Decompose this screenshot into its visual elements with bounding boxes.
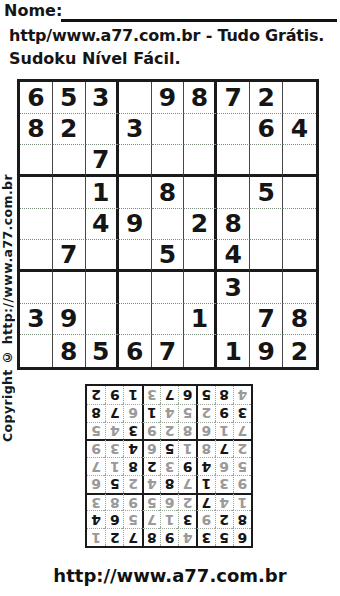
solution-cell-r9c4: 6 bbox=[178, 386, 196, 404]
cell-r9c2: 8 bbox=[53, 335, 86, 367]
cell-r1c7: 7 bbox=[217, 82, 250, 114]
solution-cell-r2c1: 8 bbox=[233, 510, 251, 528]
cell-r9c9: 2 bbox=[283, 335, 316, 367]
solution-cell-r7c1: 7 bbox=[233, 422, 251, 440]
cell-r7c8 bbox=[250, 272, 283, 304]
cell-r1c3: 3 bbox=[86, 82, 119, 114]
cell-r2c5 bbox=[152, 114, 185, 146]
cell-r5c1 bbox=[20, 209, 53, 241]
cell-r5c3: 4 bbox=[86, 209, 119, 241]
solution-cell-r2c3: 9 bbox=[196, 510, 214, 528]
solution-cell-r7c7: 3 bbox=[123, 422, 141, 440]
cell-r5c6: 2 bbox=[184, 209, 217, 241]
cell-r3c3: 7 bbox=[86, 145, 119, 177]
solution-cell-r6c1: 2 bbox=[233, 439, 251, 457]
solution-cell-r8c4: 5 bbox=[178, 404, 196, 422]
solution-cell-r7c2: 1 bbox=[215, 422, 233, 440]
cell-r5c2 bbox=[53, 209, 86, 241]
cell-r5c9 bbox=[283, 209, 316, 241]
solution-cell-r9c8: 9 bbox=[105, 386, 123, 404]
solution-cell-r2c8: 6 bbox=[105, 510, 123, 528]
solution-cell-r3c7: 9 bbox=[123, 493, 141, 511]
cell-r3c6 bbox=[184, 145, 217, 177]
cell-r4c8: 5 bbox=[250, 177, 283, 209]
cell-r7c3 bbox=[86, 272, 119, 304]
solution-cell-r8c2: 9 bbox=[215, 404, 233, 422]
solution-cell-r8c1: 3 bbox=[233, 404, 251, 422]
cell-r5c5 bbox=[152, 209, 185, 241]
solution-cell-r3c6: 5 bbox=[142, 493, 160, 511]
solution-cell-r1c9: 1 bbox=[87, 528, 105, 546]
cell-r8c5 bbox=[152, 304, 185, 336]
cell-r4c7 bbox=[217, 177, 250, 209]
solution-cell-r1c8: 2 bbox=[105, 528, 123, 546]
solution-cell-r5c1: 5 bbox=[233, 457, 251, 475]
cell-r2c2: 2 bbox=[53, 114, 86, 146]
solution-cell-r5c7: 8 bbox=[123, 457, 141, 475]
solution-cell-r6c4: 1 bbox=[178, 439, 196, 457]
cell-r2c6 bbox=[184, 114, 217, 146]
cell-r6c1 bbox=[20, 240, 53, 272]
solution-cell-r4c9: 6 bbox=[87, 475, 105, 493]
cell-r8c9: 8 bbox=[283, 304, 316, 336]
solution-cell-r3c9: 3 bbox=[87, 493, 105, 511]
cell-r4c4 bbox=[119, 177, 152, 209]
solution-cell-r7c6: 9 bbox=[142, 422, 160, 440]
cell-r3c8 bbox=[250, 145, 283, 177]
cell-r1c8: 2 bbox=[250, 82, 283, 114]
solution-cell-r2c7: 5 bbox=[123, 510, 141, 528]
cell-r2c1: 8 bbox=[20, 114, 53, 146]
cell-r3c7 bbox=[217, 145, 250, 177]
solution-cell-r4c7: 2 bbox=[123, 475, 141, 493]
solution-cell-r1c3: 3 bbox=[196, 528, 214, 546]
solution-cell-r5c5: 3 bbox=[160, 457, 178, 475]
solution-cell-r1c7: 7 bbox=[123, 528, 141, 546]
cell-r4c2 bbox=[53, 177, 86, 209]
solution-cell-r5c3: 4 bbox=[196, 457, 214, 475]
solution-cell-r4c1: 9 bbox=[233, 475, 251, 493]
cell-r8c1: 3 bbox=[20, 304, 53, 336]
cell-r4c5: 8 bbox=[152, 177, 185, 209]
cell-r3c2 bbox=[53, 145, 86, 177]
cell-r2c8: 6 bbox=[250, 114, 283, 146]
cell-r8c3 bbox=[86, 304, 119, 336]
solution-cell-r8c8: 7 bbox=[105, 404, 123, 422]
solution-cell-r3c8: 8 bbox=[105, 493, 123, 511]
cell-r6c8 bbox=[250, 240, 283, 272]
solution-cell-r6c8: 3 bbox=[105, 439, 123, 457]
solution-cell-r8c6: 1 bbox=[142, 404, 160, 422]
solution-cell-r9c2: 8 bbox=[215, 386, 233, 404]
solution-cell-r1c4: 4 bbox=[178, 528, 196, 546]
cell-r7c9 bbox=[283, 272, 316, 304]
solution-cell-r7c8: 4 bbox=[105, 422, 123, 440]
site-header-text: http/www.a77.com.br - Tudo Grátis. bbox=[9, 26, 324, 45]
cell-r4c1 bbox=[20, 177, 53, 209]
cell-r6c3 bbox=[86, 240, 119, 272]
solution-cell-r5c6: 2 bbox=[142, 457, 160, 475]
solution-cell-r5c4: 9 bbox=[178, 457, 196, 475]
sudoku-solution-grid-rotated: 6534987218293175641472659839317842565649… bbox=[85, 384, 253, 548]
cell-r2c7 bbox=[217, 114, 250, 146]
solution-cell-r9c6: 3 bbox=[142, 386, 160, 404]
solution-cell-r6c3: 8 bbox=[196, 439, 214, 457]
copyright-vertical-text: Copyright © http://www.a77.com.br bbox=[0, 84, 17, 442]
solution-cell-r9c9: 2 bbox=[87, 386, 105, 404]
name-label: Nome: bbox=[4, 1, 62, 20]
cell-r8c2: 9 bbox=[53, 304, 86, 336]
solution-cell-r6c6: 6 bbox=[142, 439, 160, 457]
cell-r7c1 bbox=[20, 272, 53, 304]
solution-cell-r9c7: 1 bbox=[123, 386, 141, 404]
cell-r3c9 bbox=[283, 145, 316, 177]
solution-cell-r4c3: 1 bbox=[196, 475, 214, 493]
cell-r8c7 bbox=[217, 304, 250, 336]
solution-cell-r4c5: 8 bbox=[160, 475, 178, 493]
cell-r7c2 bbox=[53, 272, 86, 304]
solution-cell-r1c6: 8 bbox=[142, 528, 160, 546]
solution-cell-r5c9: 7 bbox=[87, 457, 105, 475]
solution-cell-r2c9: 4 bbox=[87, 510, 105, 528]
solution-cell-r1c5: 9 bbox=[160, 528, 178, 546]
solution-cell-r6c2: 7 bbox=[215, 439, 233, 457]
cell-r6c4 bbox=[119, 240, 152, 272]
solution-cell-r5c8: 1 bbox=[105, 457, 123, 475]
cell-r1c2: 5 bbox=[53, 82, 86, 114]
cell-r7c5 bbox=[152, 272, 185, 304]
cell-r6c9 bbox=[283, 240, 316, 272]
page-title: Sudoku Nível Fácil. bbox=[9, 49, 181, 68]
cell-r8c4 bbox=[119, 304, 152, 336]
solution-cell-r7c5: 2 bbox=[160, 422, 178, 440]
cell-r9c8: 9 bbox=[250, 335, 283, 367]
cell-r5c4: 9 bbox=[119, 209, 152, 241]
cell-r5c7: 8 bbox=[217, 209, 250, 241]
cell-r2c3 bbox=[86, 114, 119, 146]
solution-cell-r2c4: 3 bbox=[178, 510, 196, 528]
solution-cell-r8c9: 8 bbox=[87, 404, 105, 422]
solution-cell-r6c9: 9 bbox=[87, 439, 105, 457]
cell-r4c9 bbox=[283, 177, 316, 209]
solution-cell-r3c1: 1 bbox=[233, 493, 251, 511]
cell-r8c6: 1 bbox=[184, 304, 217, 336]
cell-r7c6 bbox=[184, 272, 217, 304]
solution-cell-r5c2: 6 bbox=[215, 457, 233, 475]
solution-cell-r7c4: 8 bbox=[178, 422, 196, 440]
cell-r3c5 bbox=[152, 145, 185, 177]
cell-r9c7: 1 bbox=[217, 335, 250, 367]
solution-cell-r3c3: 7 bbox=[196, 493, 214, 511]
solution-cell-r4c2: 3 bbox=[215, 475, 233, 493]
name-underline bbox=[61, 19, 337, 22]
cell-r6c6 bbox=[184, 240, 217, 272]
cell-r1c5: 9 bbox=[152, 82, 185, 114]
solution-cell-r9c5: 7 bbox=[160, 386, 178, 404]
cell-r7c4 bbox=[119, 272, 152, 304]
solution-cell-r7c3: 6 bbox=[196, 422, 214, 440]
solution-cell-r6c5: 5 bbox=[160, 439, 178, 457]
solution-cell-r9c3: 5 bbox=[196, 386, 214, 404]
solution-cell-r6c7: 4 bbox=[123, 439, 141, 457]
cell-r8c8: 7 bbox=[250, 304, 283, 336]
sudoku-puzzle-grid: 653987282364718549287543391788567192 bbox=[17, 79, 319, 370]
solution-cell-r2c6: 7 bbox=[142, 510, 160, 528]
footer-url: http://www.a77.com.br bbox=[0, 565, 340, 586]
cell-r7c7: 3 bbox=[217, 272, 250, 304]
cell-r6c2: 7 bbox=[53, 240, 86, 272]
solution-cell-r7c9: 5 bbox=[87, 422, 105, 440]
cell-r6c5: 5 bbox=[152, 240, 185, 272]
cell-r3c1 bbox=[20, 145, 53, 177]
solution-cell-r8c3: 2 bbox=[196, 404, 214, 422]
cell-r1c1: 6 bbox=[20, 82, 53, 114]
cell-r9c3: 5 bbox=[86, 335, 119, 367]
cell-r5c8 bbox=[250, 209, 283, 241]
solution-cell-r3c5: 6 bbox=[160, 493, 178, 511]
cell-r4c3: 1 bbox=[86, 177, 119, 209]
solution-cell-r2c2: 2 bbox=[215, 510, 233, 528]
solution-cell-r8c7: 6 bbox=[123, 404, 141, 422]
cell-r9c4: 6 bbox=[119, 335, 152, 367]
solution-cell-r1c1: 6 bbox=[233, 528, 251, 546]
cell-r2c4: 3 bbox=[119, 114, 152, 146]
cell-r2c9: 4 bbox=[283, 114, 316, 146]
cell-r6c7: 4 bbox=[217, 240, 250, 272]
cell-r1c6: 8 bbox=[184, 82, 217, 114]
cell-r9c1 bbox=[20, 335, 53, 367]
solution-cell-r3c4: 2 bbox=[178, 493, 196, 511]
solution-cell-r3c2: 4 bbox=[215, 493, 233, 511]
solution-cell-r4c8: 5 bbox=[105, 475, 123, 493]
solution-cell-r9c1: 4 bbox=[233, 386, 251, 404]
cell-r1c9 bbox=[283, 82, 316, 114]
cell-r9c5: 7 bbox=[152, 335, 185, 367]
cell-r9c6 bbox=[184, 335, 217, 367]
solution-cell-r8c5: 4 bbox=[160, 404, 178, 422]
cell-r1c4 bbox=[119, 82, 152, 114]
solution-cell-r4c4: 7 bbox=[178, 475, 196, 493]
solution-cell-r2c5: 1 bbox=[160, 510, 178, 528]
solution-cell-r1c2: 5 bbox=[215, 528, 233, 546]
solution-cell-r4c6: 4 bbox=[142, 475, 160, 493]
cell-r3c4 bbox=[119, 145, 152, 177]
cell-r4c6 bbox=[184, 177, 217, 209]
